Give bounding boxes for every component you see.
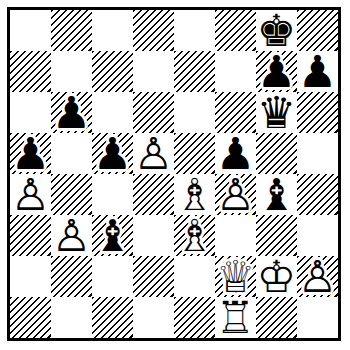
- square-e6[interactable]: [174, 92, 215, 133]
- square-g1[interactable]: [256, 297, 297, 338]
- square-e3[interactable]: ♝♗: [174, 215, 215, 256]
- square-h5[interactable]: [297, 133, 338, 174]
- white-pawn-d5[interactable]: ♟♙: [133, 133, 174, 174]
- black-bishop-icon: ♝: [92, 215, 133, 256]
- white-bishop-e4[interactable]: ♝♗: [174, 174, 215, 215]
- square-c8[interactable]: [92, 10, 133, 51]
- square-f8[interactable]: [215, 10, 256, 51]
- square-f5[interactable]: ♟: [215, 133, 256, 174]
- black-pawn-h7[interactable]: ♟: [297, 51, 338, 92]
- white-pawn-icon: ♙: [10, 174, 51, 215]
- black-queen-icon: ♛: [256, 92, 297, 133]
- black-pawn-b6[interactable]: ♟: [51, 92, 92, 133]
- black-pawn-icon: ♟: [297, 51, 338, 92]
- square-h3[interactable]: [297, 215, 338, 256]
- square-h4[interactable]: [297, 174, 338, 215]
- square-h6[interactable]: [297, 92, 338, 133]
- white-pawn-h2[interactable]: ♟♙: [297, 256, 338, 297]
- white-rook-icon: ♖: [215, 297, 256, 338]
- black-pawn-icon: ♟: [92, 133, 133, 174]
- square-c1[interactable]: [92, 297, 133, 338]
- square-d7[interactable]: [133, 51, 174, 92]
- square-a2[interactable]: [10, 256, 51, 297]
- white-queen-icon: ♕: [215, 256, 256, 297]
- square-g2[interactable]: ♚♔: [256, 256, 297, 297]
- square-a3[interactable]: [10, 215, 51, 256]
- square-d8[interactable]: [133, 10, 174, 51]
- white-queen-f2[interactable]: ♛♕: [215, 256, 256, 297]
- square-b1[interactable]: [51, 297, 92, 338]
- black-bishop-c3[interactable]: ♝: [92, 215, 133, 256]
- white-bishop-e3[interactable]: ♝♗: [174, 215, 215, 256]
- square-e5[interactable]: [174, 133, 215, 174]
- black-pawn-f5[interactable]: ♟: [215, 133, 256, 174]
- square-h8[interactable]: [297, 10, 338, 51]
- black-pawn-icon: ♟: [10, 133, 51, 174]
- white-bishop-icon: ♗: [174, 215, 215, 256]
- square-h2[interactable]: ♟♙: [297, 256, 338, 297]
- square-g7[interactable]: ♟: [256, 51, 297, 92]
- chess-board[interactable]: ♚♟♟♟♛♟♟♟♙♟♟♙♝♗♟♙♝♟♙♝♝♗♛♕♚♔♟♙♜♖: [10, 10, 338, 338]
- black-king-g8[interactable]: ♚: [256, 10, 297, 51]
- square-g8[interactable]: ♚: [256, 10, 297, 51]
- square-e4[interactable]: ♝♗: [174, 174, 215, 215]
- square-b2[interactable]: [51, 256, 92, 297]
- square-e7[interactable]: [174, 51, 215, 92]
- square-g4[interactable]: ♝: [256, 174, 297, 215]
- square-f1[interactable]: ♜♖: [215, 297, 256, 338]
- black-pawn-icon: ♟: [215, 133, 256, 174]
- square-b4[interactable]: [51, 174, 92, 215]
- black-bishop-g4[interactable]: ♝: [256, 174, 297, 215]
- square-c2[interactable]: [92, 256, 133, 297]
- white-pawn-f4[interactable]: ♟♙: [215, 174, 256, 215]
- square-c7[interactable]: [92, 51, 133, 92]
- white-pawn-icon: ♙: [133, 133, 174, 174]
- white-bishop-icon: ♗: [174, 174, 215, 215]
- board-frame: ♚♟♟♟♛♟♟♟♙♟♟♙♝♗♟♙♝♟♙♝♝♗♛♕♚♔♟♙♜♖: [7, 7, 341, 341]
- square-e1[interactable]: [174, 297, 215, 338]
- square-g6[interactable]: ♛: [256, 92, 297, 133]
- square-b6[interactable]: ♟: [51, 92, 92, 133]
- square-a4[interactable]: ♟♙: [10, 174, 51, 215]
- square-f2[interactable]: ♛♕: [215, 256, 256, 297]
- square-d4[interactable]: [133, 174, 174, 215]
- square-b5[interactable]: [51, 133, 92, 174]
- square-d2[interactable]: [133, 256, 174, 297]
- square-d5[interactable]: ♟♙: [133, 133, 174, 174]
- black-pawn-icon: ♟: [256, 51, 297, 92]
- square-g3[interactable]: [256, 215, 297, 256]
- white-pawn-b3[interactable]: ♟♙: [51, 215, 92, 256]
- square-f4[interactable]: ♟♙: [215, 174, 256, 215]
- square-c3[interactable]: ♝: [92, 215, 133, 256]
- square-h1[interactable]: [297, 297, 338, 338]
- square-c4[interactable]: [92, 174, 133, 215]
- white-pawn-icon: ♙: [297, 256, 338, 297]
- black-bishop-icon: ♝: [256, 174, 297, 215]
- white-pawn-icon: ♙: [51, 215, 92, 256]
- square-h7[interactable]: ♟: [297, 51, 338, 92]
- square-b8[interactable]: [51, 10, 92, 51]
- black-pawn-g7[interactable]: ♟: [256, 51, 297, 92]
- square-f3[interactable]: [215, 215, 256, 256]
- square-b7[interactable]: [51, 51, 92, 92]
- white-pawn-a4[interactable]: ♟♙: [10, 174, 51, 215]
- square-f7[interactable]: [215, 51, 256, 92]
- square-d1[interactable]: [133, 297, 174, 338]
- square-e8[interactable]: [174, 10, 215, 51]
- white-rook-f1[interactable]: ♜♖: [215, 297, 256, 338]
- square-g5[interactable]: [256, 133, 297, 174]
- square-f6[interactable]: [215, 92, 256, 133]
- black-pawn-c5[interactable]: ♟: [92, 133, 133, 174]
- black-pawn-a5[interactable]: ♟: [10, 133, 51, 174]
- square-a1[interactable]: [10, 297, 51, 338]
- black-king-icon: ♚: [256, 10, 297, 51]
- square-a6[interactable]: [10, 92, 51, 133]
- white-king-icon: ♔: [256, 256, 297, 297]
- square-b3[interactable]: ♟♙: [51, 215, 92, 256]
- black-pawn-icon: ♟: [51, 92, 92, 133]
- square-d6[interactable]: [133, 92, 174, 133]
- square-a8[interactable]: [10, 10, 51, 51]
- square-c6[interactable]: [92, 92, 133, 133]
- square-a7[interactable]: [10, 51, 51, 92]
- square-e2[interactable]: [174, 256, 215, 297]
- square-a5[interactable]: ♟: [10, 133, 51, 174]
- black-queen-g6[interactable]: ♛: [256, 92, 297, 133]
- white-pawn-icon: ♙: [215, 174, 256, 215]
- white-king-g2[interactable]: ♚♔: [256, 256, 297, 297]
- square-d3[interactable]: [133, 215, 174, 256]
- square-c5[interactable]: ♟: [92, 133, 133, 174]
